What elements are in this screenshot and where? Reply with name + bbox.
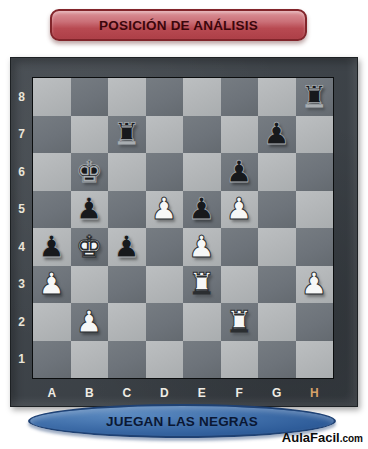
black-rook: ♜ xyxy=(301,82,328,112)
file-label-b: B xyxy=(71,379,109,407)
square-h3[interactable]: ♟ xyxy=(296,266,334,304)
black-pawn: ♟ xyxy=(188,194,215,224)
square-a5[interactable] xyxy=(33,191,71,229)
square-g7[interactable]: ♟ xyxy=(258,116,296,154)
square-d2[interactable] xyxy=(146,303,184,341)
white-pawn: ♟ xyxy=(76,307,103,337)
rank-label-1: 1 xyxy=(11,341,32,379)
square-e3[interactable]: ♜ xyxy=(183,266,221,304)
square-d7[interactable] xyxy=(146,116,184,154)
square-c4[interactable]: ♟ xyxy=(108,228,146,266)
square-h2[interactable] xyxy=(296,303,334,341)
square-f2[interactable]: ♜ xyxy=(221,303,259,341)
brand-name: AulaFacil xyxy=(282,430,340,445)
square-f4[interactable] xyxy=(221,228,259,266)
square-c5[interactable] xyxy=(108,191,146,229)
chess-board: ♜♜♟♚♟♟♟♟♟♟♚♟♟♟♜♟♟♜ xyxy=(32,77,334,379)
white-pawn: ♟ xyxy=(151,194,178,224)
square-e2[interactable] xyxy=(183,303,221,341)
black-king: ♚ xyxy=(76,157,103,187)
square-e4[interactable]: ♟ xyxy=(183,228,221,266)
rank-label-2: 2 xyxy=(11,303,32,341)
square-a6[interactable] xyxy=(33,153,71,191)
square-f3[interactable] xyxy=(221,266,259,304)
rank-label-6: 6 xyxy=(11,153,32,191)
white-pawn: ♟ xyxy=(188,232,215,262)
square-a3[interactable]: ♟ xyxy=(33,266,71,304)
square-a7[interactable] xyxy=(33,116,71,154)
square-a8[interactable] xyxy=(33,78,71,116)
black-rook: ♜ xyxy=(113,119,140,149)
brand-logo[interactable]: AulaFacil.com xyxy=(282,430,363,446)
square-f7[interactable] xyxy=(221,116,259,154)
square-g5[interactable] xyxy=(258,191,296,229)
square-e7[interactable] xyxy=(183,116,221,154)
chess-board-frame: 87654321 ♜♜♟♚♟♟♟♟♟♟♚♟♟♟♜♟♟♜ ABCDEFGH xyxy=(10,57,358,407)
file-label-h: H xyxy=(296,379,334,407)
square-e5[interactable]: ♟ xyxy=(183,191,221,229)
square-g2[interactable] xyxy=(258,303,296,341)
rank-label-4: 4 xyxy=(11,228,32,266)
square-f5[interactable]: ♟ xyxy=(221,191,259,229)
square-c3[interactable] xyxy=(108,266,146,304)
square-b3[interactable] xyxy=(71,266,109,304)
file-label-a: A xyxy=(33,379,71,407)
square-e1[interactable] xyxy=(183,341,221,379)
square-b2[interactable]: ♟ xyxy=(71,303,109,341)
brand-suffix: .com xyxy=(340,433,363,444)
square-b4[interactable]: ♚ xyxy=(71,228,109,266)
square-h7[interactable] xyxy=(296,116,334,154)
square-a1[interactable] xyxy=(33,341,71,379)
square-h8[interactable]: ♜ xyxy=(296,78,334,116)
square-c6[interactable] xyxy=(108,153,146,191)
square-g6[interactable] xyxy=(258,153,296,191)
file-label-d: D xyxy=(146,379,184,407)
white-rook: ♜ xyxy=(188,269,215,299)
file-label-c: C xyxy=(108,379,146,407)
black-pawn: ♟ xyxy=(76,194,103,224)
square-c2[interactable] xyxy=(108,303,146,341)
white-pawn: ♟ xyxy=(226,194,253,224)
square-f6[interactable]: ♟ xyxy=(221,153,259,191)
square-c7[interactable]: ♜ xyxy=(108,116,146,154)
file-label-g: G xyxy=(258,379,296,407)
square-d8[interactable] xyxy=(146,78,184,116)
square-d1[interactable] xyxy=(146,341,184,379)
square-c8[interactable] xyxy=(108,78,146,116)
rank-label-3: 3 xyxy=(11,266,32,304)
square-a4[interactable]: ♟ xyxy=(33,228,71,266)
rank-labels: 87654321 xyxy=(11,78,32,378)
black-pawn: ♟ xyxy=(263,119,290,149)
square-b1[interactable] xyxy=(71,341,109,379)
square-h5[interactable] xyxy=(296,191,334,229)
file-labels: ABCDEFGH xyxy=(33,379,333,407)
file-label-e: E xyxy=(183,379,221,407)
square-g3[interactable] xyxy=(258,266,296,304)
rank-label-5: 5 xyxy=(11,191,32,229)
square-b8[interactable] xyxy=(71,78,109,116)
rank-label-8: 8 xyxy=(11,78,32,116)
analysis-position-banner[interactable]: POSICIÓN DE ANÁLISIS xyxy=(50,9,307,41)
square-g8[interactable] xyxy=(258,78,296,116)
square-h1[interactable] xyxy=(296,341,334,379)
white-king: ♚ xyxy=(76,232,103,262)
square-g1[interactable] xyxy=(258,341,296,379)
square-d5[interactable]: ♟ xyxy=(146,191,184,229)
square-g4[interactable] xyxy=(258,228,296,266)
square-f8[interactable] xyxy=(221,78,259,116)
square-e6[interactable] xyxy=(183,153,221,191)
rank-label-7: 7 xyxy=(11,116,32,154)
square-f1[interactable] xyxy=(221,341,259,379)
square-d3[interactable] xyxy=(146,266,184,304)
square-e8[interactable] xyxy=(183,78,221,116)
square-h6[interactable] xyxy=(296,153,334,191)
square-b7[interactable] xyxy=(71,116,109,154)
black-pawn: ♟ xyxy=(226,157,253,187)
black-pawn: ♟ xyxy=(113,232,140,262)
white-rook: ♜ xyxy=(226,307,253,337)
file-label-f: F xyxy=(221,379,259,407)
square-h4[interactable] xyxy=(296,228,334,266)
white-pawn: ♟ xyxy=(38,269,65,299)
square-c1[interactable] xyxy=(108,341,146,379)
square-d6[interactable] xyxy=(146,153,184,191)
square-a2[interactable] xyxy=(33,303,71,341)
square-b5[interactable]: ♟ xyxy=(71,191,109,229)
black-pawn: ♟ xyxy=(38,232,65,262)
square-d4[interactable] xyxy=(146,228,184,266)
white-pawn: ♟ xyxy=(301,269,328,299)
square-b6[interactable]: ♚ xyxy=(71,153,109,191)
